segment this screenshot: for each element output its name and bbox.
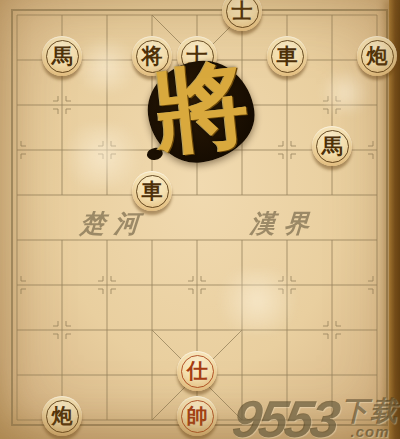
piece-black-c8r4[interactable]: 馬	[310, 128, 355, 173]
piece-red-c5r9[interactable]: 仕	[175, 353, 220, 398]
piece-black-c2r10[interactable]: 炮	[40, 398, 85, 439]
site-watermark: 9553 下载 .com	[233, 397, 400, 439]
general-ink-stamp: 將	[141, 53, 261, 170]
piece-black-c7r2[interactable]: 車	[265, 38, 310, 83]
watermark-domain: .com	[350, 424, 389, 439]
piece-black-c2r2[interactable]: 馬	[40, 38, 85, 83]
piece-black-c9r2[interactable]: 炮	[355, 38, 400, 83]
piece-black-c6r1[interactable]: 士	[220, 0, 265, 38]
piece-black-c4r5[interactable]: 車	[130, 173, 175, 218]
stamp-jiang-character: 將	[131, 41, 271, 171]
piece-red-c5r10[interactable]: 帥	[175, 398, 220, 439]
watermark-digits: 9553	[230, 398, 340, 439]
xiangqi-board-screen: 楚河 漢界 士馬将士車炮馬車仕帥炮 將 9553 下载 .com	[0, 0, 400, 439]
watermark-download-text: 下载	[341, 397, 399, 424]
